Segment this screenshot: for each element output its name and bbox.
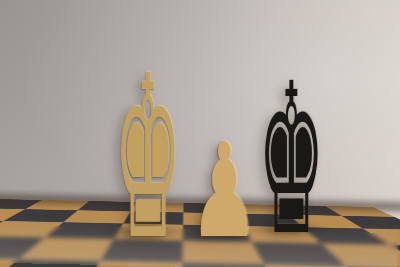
board-cell[interactable] [363,228,400,246]
photo-scene: ♚ ♟ ♚ [0,0,400,267]
board-cell[interactable] [342,216,400,230]
white-pawn-glyph: ♟ [189,126,259,256]
white-king-glyph: ♚ [114,46,183,267]
black-king-glyph: ♚ [257,56,324,264]
